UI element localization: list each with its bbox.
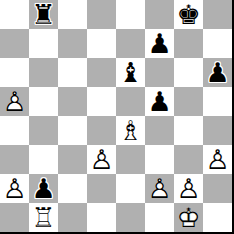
white-pawn[interactable]: ♟♙ bbox=[0, 87, 29, 116]
black-king-glyph: ♚ bbox=[174, 0, 203, 29]
square-b4[interactable] bbox=[29, 116, 58, 145]
chess-diagram: ♜♚♟♝♟♟♙♟♝♗♟♙♟♙♟♙♟♟♙♟♙♜♖♚♔ bbox=[0, 0, 234, 234]
square-b8[interactable]: ♜ bbox=[29, 0, 58, 29]
square-g8[interactable]: ♚ bbox=[174, 0, 203, 29]
white-bishop-outline: ♗ bbox=[116, 116, 145, 145]
black-pawn[interactable]: ♟ bbox=[203, 58, 232, 87]
square-b1[interactable]: ♜♖ bbox=[29, 203, 58, 232]
black-pawn-glyph: ♟ bbox=[29, 174, 58, 203]
square-g2[interactable]: ♟♙ bbox=[174, 174, 203, 203]
square-h3[interactable]: ♟♙ bbox=[203, 145, 232, 174]
black-bishop-glyph: ♝ bbox=[116, 58, 145, 87]
square-a4[interactable] bbox=[0, 116, 29, 145]
square-b6[interactable] bbox=[29, 58, 58, 87]
square-g5[interactable] bbox=[174, 87, 203, 116]
square-a1[interactable] bbox=[0, 203, 29, 232]
square-f6[interactable] bbox=[145, 58, 174, 87]
black-pawn-glyph: ♟ bbox=[145, 29, 174, 58]
square-e2[interactable] bbox=[116, 174, 145, 203]
square-g1[interactable]: ♚♔ bbox=[174, 203, 203, 232]
square-e4[interactable]: ♝♗ bbox=[116, 116, 145, 145]
square-e8[interactable] bbox=[116, 0, 145, 29]
square-d2[interactable] bbox=[87, 174, 116, 203]
square-h7[interactable] bbox=[203, 29, 232, 58]
black-pawn[interactable]: ♟ bbox=[29, 174, 58, 203]
white-rook[interactable]: ♜♖ bbox=[29, 203, 58, 232]
white-pawn-outline: ♙ bbox=[203, 145, 232, 174]
white-king[interactable]: ♚♔ bbox=[174, 203, 203, 232]
square-e6[interactable]: ♝ bbox=[116, 58, 145, 87]
square-b5[interactable] bbox=[29, 87, 58, 116]
square-d5[interactable] bbox=[87, 87, 116, 116]
square-a8[interactable] bbox=[0, 0, 29, 29]
square-a2[interactable]: ♟♙ bbox=[0, 174, 29, 203]
white-pawn-outline: ♙ bbox=[0, 174, 29, 203]
square-g4[interactable] bbox=[174, 116, 203, 145]
white-pawn-outline: ♙ bbox=[0, 87, 29, 116]
square-a6[interactable] bbox=[0, 58, 29, 87]
black-pawn-glyph: ♟ bbox=[145, 87, 174, 116]
square-c8[interactable] bbox=[58, 0, 87, 29]
square-d7[interactable] bbox=[87, 29, 116, 58]
white-pawn[interactable]: ♟♙ bbox=[0, 174, 29, 203]
square-h4[interactable] bbox=[203, 116, 232, 145]
square-d4[interactable] bbox=[87, 116, 116, 145]
square-h5[interactable] bbox=[203, 87, 232, 116]
square-g6[interactable] bbox=[174, 58, 203, 87]
square-a5[interactable]: ♟♙ bbox=[0, 87, 29, 116]
square-f3[interactable] bbox=[145, 145, 174, 174]
square-f1[interactable] bbox=[145, 203, 174, 232]
square-c6[interactable] bbox=[58, 58, 87, 87]
black-rook[interactable]: ♜ bbox=[29, 0, 58, 29]
white-pawn-outline: ♙ bbox=[145, 174, 174, 203]
square-h2[interactable] bbox=[203, 174, 232, 203]
white-pawn-outline: ♙ bbox=[174, 174, 203, 203]
white-pawn-outline: ♙ bbox=[87, 145, 116, 174]
square-a7[interactable] bbox=[0, 29, 29, 58]
black-pawn-glyph: ♟ bbox=[203, 58, 232, 87]
square-b2[interactable]: ♟ bbox=[29, 174, 58, 203]
square-a3[interactable] bbox=[0, 145, 29, 174]
black-pawn[interactable]: ♟ bbox=[145, 29, 174, 58]
white-pawn[interactable]: ♟♙ bbox=[145, 174, 174, 203]
square-e7[interactable] bbox=[116, 29, 145, 58]
black-bishop[interactable]: ♝ bbox=[116, 58, 145, 87]
square-c1[interactable] bbox=[58, 203, 87, 232]
square-g3[interactable] bbox=[174, 145, 203, 174]
square-c3[interactable] bbox=[58, 145, 87, 174]
black-rook-glyph: ♜ bbox=[29, 0, 58, 29]
square-h1[interactable] bbox=[203, 203, 232, 232]
white-pawn[interactable]: ♟♙ bbox=[87, 145, 116, 174]
white-rook-outline: ♖ bbox=[29, 203, 58, 232]
square-d3[interactable]: ♟♙ bbox=[87, 145, 116, 174]
square-d6[interactable] bbox=[87, 58, 116, 87]
square-d1[interactable] bbox=[87, 203, 116, 232]
white-pawn[interactable]: ♟♙ bbox=[203, 145, 232, 174]
square-f5[interactable]: ♟ bbox=[145, 87, 174, 116]
black-pawn[interactable]: ♟ bbox=[145, 87, 174, 116]
white-bishop[interactable]: ♝♗ bbox=[116, 116, 145, 145]
square-f4[interactable] bbox=[145, 116, 174, 145]
square-d8[interactable] bbox=[87, 0, 116, 29]
square-h6[interactable]: ♟ bbox=[203, 58, 232, 87]
square-c5[interactable] bbox=[58, 87, 87, 116]
white-king-outline: ♔ bbox=[174, 203, 203, 232]
square-b3[interactable] bbox=[29, 145, 58, 174]
square-f7[interactable]: ♟ bbox=[145, 29, 174, 58]
square-c7[interactable] bbox=[58, 29, 87, 58]
square-h8[interactable] bbox=[203, 0, 232, 29]
square-c4[interactable] bbox=[58, 116, 87, 145]
square-e5[interactable] bbox=[116, 87, 145, 116]
square-c2[interactable] bbox=[58, 174, 87, 203]
square-e1[interactable] bbox=[116, 203, 145, 232]
square-f2[interactable]: ♟♙ bbox=[145, 174, 174, 203]
square-e3[interactable] bbox=[116, 145, 145, 174]
black-king[interactable]: ♚ bbox=[174, 0, 203, 29]
square-f8[interactable] bbox=[145, 0, 174, 29]
square-b7[interactable] bbox=[29, 29, 58, 58]
square-g7[interactable] bbox=[174, 29, 203, 58]
white-pawn[interactable]: ♟♙ bbox=[174, 174, 203, 203]
chess-board: ♜♚♟♝♟♟♙♟♝♗♟♙♟♙♟♙♟♟♙♟♙♜♖♚♔ bbox=[0, 0, 234, 234]
